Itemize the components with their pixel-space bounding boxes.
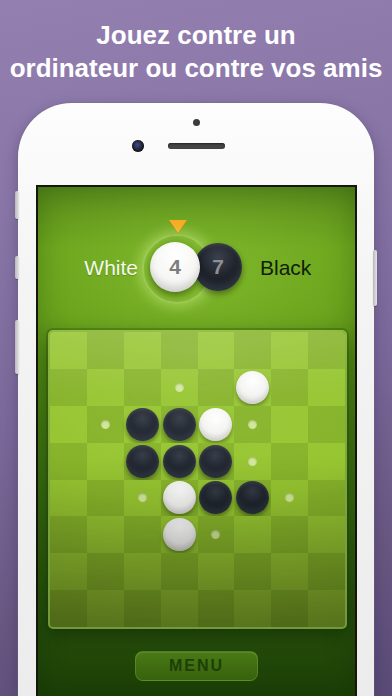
cell-f4[interactable] xyxy=(234,443,271,480)
cell-g5[interactable] xyxy=(271,480,308,517)
front-camera-icon xyxy=(132,140,144,152)
cell-b6[interactable] xyxy=(87,516,124,553)
white-piece xyxy=(163,481,196,514)
cell-d5[interactable] xyxy=(161,480,198,517)
cell-f2[interactable] xyxy=(234,369,271,406)
white-piece xyxy=(236,371,269,404)
cell-e4[interactable] xyxy=(198,443,235,480)
cell-g3[interactable] xyxy=(271,406,308,443)
cell-c7[interactable] xyxy=(124,553,161,590)
cell-a5[interactable] xyxy=(50,480,87,517)
promo-headline-line2: ordinateur ou contre vos amis xyxy=(0,52,392,85)
cell-f7[interactable] xyxy=(234,553,271,590)
cell-h8[interactable] xyxy=(308,590,345,627)
cell-h7[interactable] xyxy=(308,553,345,590)
cell-b4[interactable] xyxy=(87,443,124,480)
cell-b1[interactable] xyxy=(87,332,124,369)
black-piece xyxy=(236,481,269,514)
cell-c8[interactable] xyxy=(124,590,161,627)
iphone-mockup: 7 4 White Black MENU xyxy=(18,103,374,696)
cell-f5[interactable] xyxy=(234,480,271,517)
black-score-disc: 7 xyxy=(194,243,242,291)
cell-a1[interactable] xyxy=(50,332,87,369)
cell-g4[interactable] xyxy=(271,443,308,480)
cell-a7[interactable] xyxy=(50,553,87,590)
volume-up-button xyxy=(15,256,19,279)
cell-g8[interactable] xyxy=(271,590,308,627)
cell-b7[interactable] xyxy=(87,553,124,590)
black-score: 7 xyxy=(212,255,224,278)
cell-e1[interactable] xyxy=(198,332,235,369)
mute-switch xyxy=(15,191,19,219)
volume-down-button xyxy=(15,320,19,374)
legal-move-hint[interactable] xyxy=(248,457,257,466)
promo-headline-line1: Jouez contre un xyxy=(0,19,392,52)
cell-a6[interactable] xyxy=(50,516,87,553)
cell-b5[interactable] xyxy=(87,480,124,517)
cell-e7[interactable] xyxy=(198,553,235,590)
legal-move-hint[interactable] xyxy=(248,420,257,429)
cell-d1[interactable] xyxy=(161,332,198,369)
legal-move-hint[interactable] xyxy=(211,530,220,539)
cell-b2[interactable] xyxy=(87,369,124,406)
black-piece xyxy=(163,408,196,441)
cell-c6[interactable] xyxy=(124,516,161,553)
black-piece xyxy=(199,445,232,478)
cell-g6[interactable] xyxy=(271,516,308,553)
board xyxy=(48,330,347,629)
cell-f1[interactable] xyxy=(234,332,271,369)
cell-h3[interactable] xyxy=(308,406,345,443)
cell-e3[interactable] xyxy=(198,406,235,443)
cell-g1[interactable] xyxy=(271,332,308,369)
cell-c2[interactable] xyxy=(124,369,161,406)
turn-indicator-icon xyxy=(169,220,187,233)
cell-c1[interactable] xyxy=(124,332,161,369)
cell-d2[interactable] xyxy=(161,369,198,406)
cell-h1[interactable] xyxy=(308,332,345,369)
cell-f6[interactable] xyxy=(234,516,271,553)
black-player-label: Black xyxy=(260,257,350,279)
power-button xyxy=(373,250,377,306)
cell-a4[interactable] xyxy=(50,443,87,480)
cell-b8[interactable] xyxy=(87,590,124,627)
white-score: 4 xyxy=(169,255,181,278)
proximity-sensor-icon xyxy=(193,119,200,126)
cell-a3[interactable] xyxy=(50,406,87,443)
cell-b3[interactable] xyxy=(87,406,124,443)
cell-e8[interactable] xyxy=(198,590,235,627)
white-score-disc: 4 xyxy=(150,242,200,292)
cell-h4[interactable] xyxy=(308,443,345,480)
legal-move-hint[interactable] xyxy=(285,493,294,502)
black-piece xyxy=(126,445,159,478)
cell-f3[interactable] xyxy=(234,406,271,443)
white-piece xyxy=(199,408,232,441)
earpiece-speaker-icon xyxy=(168,143,225,149)
white-player-label: White xyxy=(54,257,138,279)
cell-e2[interactable] xyxy=(198,369,235,406)
cell-d6[interactable] xyxy=(161,516,198,553)
cell-g2[interactable] xyxy=(271,369,308,406)
cell-d3[interactable] xyxy=(161,406,198,443)
cell-c4[interactable] xyxy=(124,443,161,480)
cell-g7[interactable] xyxy=(271,553,308,590)
black-piece xyxy=(199,481,232,514)
cell-c3[interactable] xyxy=(124,406,161,443)
cell-a8[interactable] xyxy=(50,590,87,627)
white-piece xyxy=(163,518,196,551)
legal-move-hint[interactable] xyxy=(175,383,184,392)
black-piece xyxy=(163,445,196,478)
cell-e5[interactable] xyxy=(198,480,235,517)
cell-c5[interactable] xyxy=(124,480,161,517)
menu-button[interactable]: MENU xyxy=(135,651,258,681)
black-piece xyxy=(126,408,159,441)
cell-a2[interactable] xyxy=(50,369,87,406)
cell-e6[interactable] xyxy=(198,516,235,553)
cell-d4[interactable] xyxy=(161,443,198,480)
cell-h2[interactable] xyxy=(308,369,345,406)
cell-d7[interactable] xyxy=(161,553,198,590)
legal-move-hint[interactable] xyxy=(138,493,147,502)
promo-headline: Jouez contre un ordinateur ou contre vos… xyxy=(0,0,392,85)
legal-move-hint[interactable] xyxy=(101,420,110,429)
cell-f8[interactable] xyxy=(234,590,271,627)
cell-h5[interactable] xyxy=(308,480,345,517)
app-screen: 7 4 White Black MENU xyxy=(38,187,355,696)
cell-h6[interactable] xyxy=(308,516,345,553)
cell-d8[interactable] xyxy=(161,590,198,627)
